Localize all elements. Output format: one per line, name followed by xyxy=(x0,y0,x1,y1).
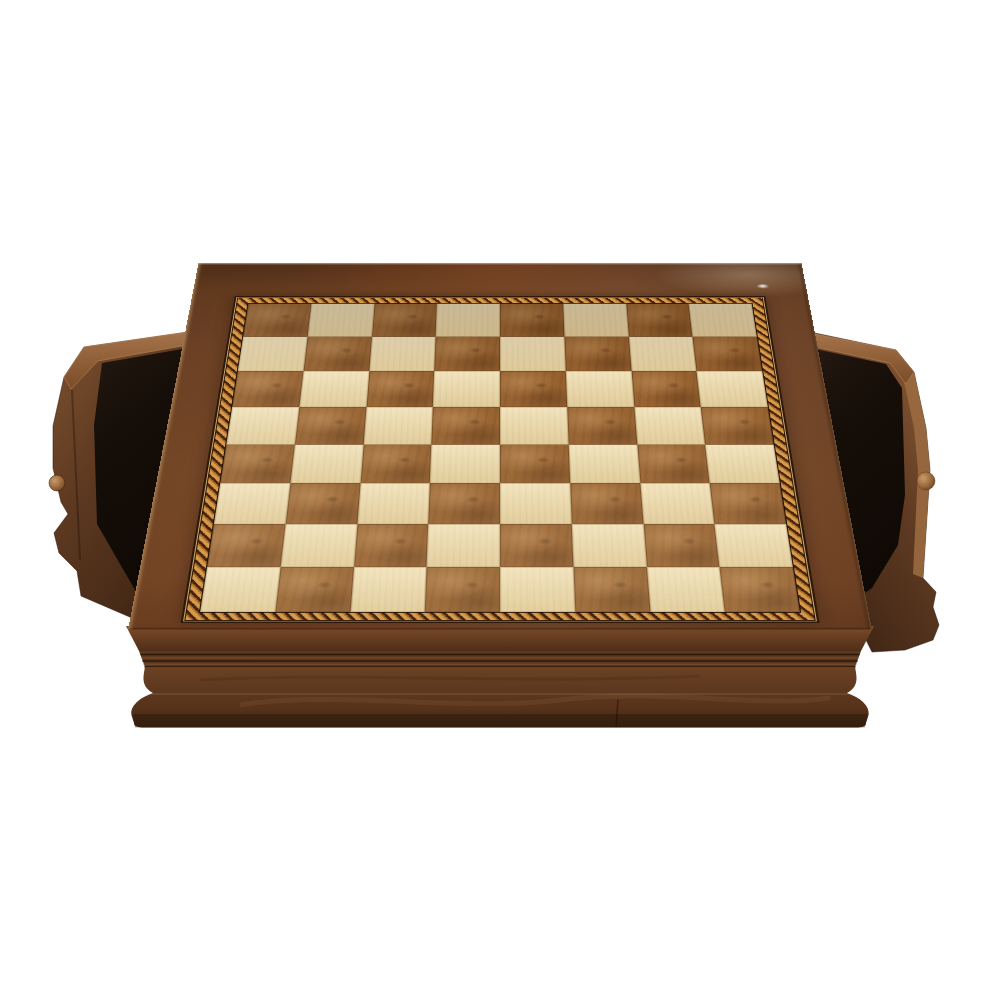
square-h3 xyxy=(710,483,786,524)
square-e7 xyxy=(500,337,566,371)
square-h1 xyxy=(720,567,800,612)
square-f3 xyxy=(570,483,643,524)
square-c4 xyxy=(360,444,431,483)
square-f7 xyxy=(564,337,631,371)
square-f2 xyxy=(572,524,647,567)
square-g6 xyxy=(631,371,701,407)
square-g5 xyxy=(634,407,705,444)
square-c8 xyxy=(372,304,438,337)
square-c5 xyxy=(363,407,433,444)
square-a6 xyxy=(232,371,303,407)
rope-inlay-border xyxy=(185,298,814,620)
square-f8 xyxy=(563,304,629,337)
square-b2 xyxy=(280,524,357,567)
square-c7 xyxy=(369,337,436,371)
front-bevel xyxy=(126,626,874,651)
square-b3 xyxy=(285,483,360,524)
square-d7 xyxy=(434,337,500,371)
square-f4 xyxy=(568,444,639,483)
square-a5 xyxy=(226,407,299,444)
square-a1 xyxy=(200,567,280,612)
square-b5 xyxy=(295,407,366,444)
square-b6 xyxy=(299,371,369,407)
square-d3 xyxy=(428,483,500,524)
square-h4 xyxy=(705,444,780,483)
base-bottom-shade xyxy=(133,714,867,728)
square-a3 xyxy=(214,483,290,524)
square-h6 xyxy=(697,371,768,407)
square-h8 xyxy=(689,304,757,337)
square-h5 xyxy=(701,407,774,444)
square-g2 xyxy=(643,524,720,567)
square-d6 xyxy=(433,371,500,407)
square-e2 xyxy=(500,524,573,567)
square-h2 xyxy=(715,524,793,567)
square-a2 xyxy=(207,524,285,567)
square-c1 xyxy=(350,567,427,612)
square-c2 xyxy=(354,524,429,567)
square-e8 xyxy=(500,304,564,337)
square-d5 xyxy=(432,407,500,444)
chess-board-grid xyxy=(200,304,800,612)
square-g8 xyxy=(626,304,693,337)
square-c3 xyxy=(357,483,430,524)
square-f6 xyxy=(566,371,634,407)
left-drawer-knob xyxy=(49,475,65,491)
square-g7 xyxy=(628,337,696,371)
base-cabinet xyxy=(126,626,874,728)
square-f5 xyxy=(567,407,637,444)
square-h7 xyxy=(693,337,763,371)
chess-board-case-photo xyxy=(0,0,1000,1000)
square-d2 xyxy=(427,524,500,567)
square-b8 xyxy=(307,304,374,337)
square-b7 xyxy=(303,337,371,371)
square-e1 xyxy=(500,567,575,612)
square-d1 xyxy=(425,567,500,612)
right-drawer-knob xyxy=(917,472,935,490)
square-a4 xyxy=(220,444,295,483)
square-e5 xyxy=(500,407,568,444)
square-d8 xyxy=(436,304,500,337)
square-b1 xyxy=(275,567,353,612)
square-c6 xyxy=(366,371,434,407)
square-b4 xyxy=(290,444,363,483)
square-e6 xyxy=(500,371,567,407)
square-a7 xyxy=(238,337,308,371)
square-a8 xyxy=(243,304,311,337)
square-d4 xyxy=(430,444,500,483)
square-f1 xyxy=(573,567,650,612)
square-e4 xyxy=(500,444,570,483)
square-g1 xyxy=(646,567,724,612)
board-frame xyxy=(128,263,872,630)
square-g4 xyxy=(637,444,710,483)
square-e3 xyxy=(500,483,572,524)
square-g3 xyxy=(640,483,715,524)
